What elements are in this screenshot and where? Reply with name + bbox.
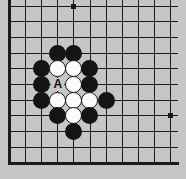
board-intersection[interactable] <box>66 155 82 171</box>
board-intersection[interactable] <box>130 61 146 77</box>
board-intersection[interactable] <box>162 61 178 77</box>
white-stone <box>65 60 82 77</box>
white-stone <box>65 76 82 93</box>
board-intersection[interactable] <box>162 30 178 46</box>
board-intersection[interactable] <box>98 139 114 155</box>
board-intersection[interactable] <box>18 45 34 61</box>
board-intersection[interactable] <box>50 108 66 124</box>
board-intersection[interactable] <box>98 14 114 30</box>
white-stone <box>49 92 66 109</box>
board-intersection[interactable] <box>66 139 82 155</box>
board-intersection[interactable] <box>114 92 130 108</box>
white-stone <box>65 92 82 109</box>
board-intersection[interactable] <box>34 30 50 46</box>
board-intersection[interactable] <box>146 45 162 61</box>
board-intersection[interactable] <box>34 92 50 108</box>
board-intersection[interactable] <box>162 14 178 30</box>
board-intersection[interactable] <box>98 92 114 108</box>
board-intersection[interactable] <box>34 108 50 124</box>
board-intersection[interactable] <box>114 45 130 61</box>
board-intersection[interactable] <box>98 77 114 93</box>
board-intersection[interactable] <box>114 139 130 155</box>
board-intersection[interactable] <box>1 77 17 93</box>
board-intersection[interactable] <box>50 92 66 108</box>
board-intersection[interactable] <box>50 14 66 30</box>
board-intersection[interactable] <box>114 108 130 124</box>
board-intersection[interactable] <box>18 139 34 155</box>
board-intersection[interactable] <box>146 92 162 108</box>
board-intersection[interactable] <box>66 77 82 93</box>
board-intersection[interactable] <box>18 14 34 30</box>
board-intersection[interactable] <box>18 30 34 46</box>
star-point <box>71 4 76 9</box>
board-intersection[interactable] <box>18 155 34 171</box>
board-intersection[interactable] <box>98 108 114 124</box>
board-intersection[interactable] <box>18 77 34 93</box>
board-intersection[interactable] <box>162 92 178 108</box>
board-intersection[interactable] <box>1 92 17 108</box>
board-intersection[interactable] <box>82 124 98 140</box>
board-intersection[interactable] <box>82 92 98 108</box>
board-intersection[interactable] <box>18 124 34 140</box>
board-intersection[interactable] <box>66 30 82 46</box>
board-intersection[interactable] <box>66 92 82 108</box>
board-intersection[interactable] <box>98 30 114 46</box>
board-intersection[interactable] <box>34 14 50 30</box>
board-intersection[interactable] <box>162 155 178 171</box>
board-intersection[interactable] <box>18 0 34 14</box>
board-intersection[interactable] <box>146 14 162 30</box>
board-intersection[interactable] <box>50 124 66 140</box>
board-intersection[interactable] <box>130 45 146 61</box>
board-intersection[interactable] <box>66 0 82 14</box>
star-point <box>168 113 173 118</box>
board-intersection[interactable] <box>82 155 98 171</box>
board-intersection[interactable] <box>146 124 162 140</box>
board-intersection[interactable] <box>114 0 130 14</box>
board-intersection[interactable] <box>50 0 66 14</box>
board-intersection[interactable] <box>98 61 114 77</box>
black-stone <box>33 76 50 93</box>
board-intersection[interactable] <box>1 45 17 61</box>
board-intersection[interactable] <box>98 0 114 14</box>
board-intersection[interactable] <box>34 61 50 77</box>
board-intersection[interactable] <box>114 77 130 93</box>
board-intersection[interactable] <box>114 30 130 46</box>
board-intersection[interactable] <box>50 61 66 77</box>
board-intersection[interactable] <box>82 61 98 77</box>
board-intersection[interactable] <box>146 139 162 155</box>
white-stone <box>81 92 98 109</box>
board-intersection[interactable] <box>82 77 98 93</box>
go-diagram: A <box>0 0 186 179</box>
black-stone <box>81 60 98 77</box>
board-intersection[interactable] <box>130 124 146 140</box>
board-intersection[interactable] <box>18 108 34 124</box>
board-intersection[interactable] <box>130 139 146 155</box>
black-stone <box>49 107 66 124</box>
board-intersection[interactable] <box>98 124 114 140</box>
black-stone <box>33 60 50 77</box>
board-intersection[interactable] <box>82 45 98 61</box>
board-intersection[interactable] <box>146 155 162 171</box>
board-intersection[interactable] <box>114 61 130 77</box>
board-intersection[interactable] <box>1 108 17 124</box>
board-intersection[interactable] <box>82 139 98 155</box>
board-intersection[interactable] <box>1 124 17 140</box>
go-board: A <box>1 0 178 171</box>
board-intersection[interactable] <box>34 45 50 61</box>
board-intersection[interactable] <box>130 92 146 108</box>
board-intersection[interactable] <box>1 61 17 77</box>
board-intersection[interactable] <box>34 124 50 140</box>
board-intersection[interactable] <box>66 124 82 140</box>
board-intersection[interactable] <box>34 77 50 93</box>
white-stone <box>65 107 82 124</box>
board-intersection[interactable] <box>162 139 178 155</box>
black-stone <box>49 45 66 62</box>
board-intersection[interactable] <box>66 14 82 30</box>
board-intersection[interactable] <box>114 124 130 140</box>
board-intersection[interactable] <box>82 108 98 124</box>
black-stone <box>33 92 50 109</box>
black-stone <box>81 76 98 93</box>
board-intersection[interactable] <box>66 61 82 77</box>
board-intersection[interactable] <box>162 77 178 93</box>
board-intersection[interactable] <box>1 30 17 46</box>
board-intersection[interactable] <box>146 108 162 124</box>
white-stone <box>49 60 66 77</box>
board-intersection[interactable] <box>34 139 50 155</box>
board-intersection[interactable] <box>162 0 178 14</box>
board-intersection[interactable] <box>162 45 178 61</box>
board-intersection[interactable] <box>1 14 17 30</box>
board-intersection[interactable] <box>114 14 130 30</box>
board-intersection[interactable] <box>18 61 34 77</box>
point-label-a: A <box>51 78 64 91</box>
board-intersection[interactable] <box>1 0 17 14</box>
board-intersection[interactable] <box>130 30 146 46</box>
black-stone <box>65 123 82 140</box>
board-intersection[interactable]: A <box>50 77 66 93</box>
board-intersection[interactable] <box>98 45 114 61</box>
board-intersection[interactable] <box>66 108 82 124</box>
board-intersection[interactable] <box>18 92 34 108</box>
board-intersection[interactable] <box>162 124 178 140</box>
board-intersection[interactable] <box>82 30 98 46</box>
board-intersection[interactable] <box>34 155 50 171</box>
board-intersection[interactable] <box>146 0 162 14</box>
board-intersection[interactable] <box>146 61 162 77</box>
board-intersection[interactable] <box>130 0 146 14</box>
black-stone <box>98 92 115 109</box>
board-intersection[interactable] <box>82 0 98 14</box>
board-intersection[interactable] <box>34 0 50 14</box>
board-intersection[interactable] <box>98 155 114 171</box>
board-intersection[interactable] <box>114 155 130 171</box>
board-intersection[interactable] <box>130 14 146 30</box>
board-intersection[interactable] <box>50 139 66 155</box>
board-intersection[interactable] <box>1 139 17 155</box>
board-intersection[interactable] <box>146 77 162 93</box>
board-intersection[interactable] <box>50 155 66 171</box>
board-intersection[interactable] <box>162 108 178 124</box>
board-intersection[interactable] <box>130 108 146 124</box>
board-intersection[interactable] <box>50 30 66 46</box>
board-intersection[interactable] <box>50 45 66 61</box>
black-stone <box>81 107 98 124</box>
board-intersection[interactable] <box>82 14 98 30</box>
board-intersection[interactable] <box>146 30 162 46</box>
board-intersection[interactable] <box>130 77 146 93</box>
black-stone <box>65 45 82 62</box>
board-intersection[interactable] <box>66 45 82 61</box>
board-intersection[interactable] <box>130 155 146 171</box>
board-intersection[interactable] <box>1 155 17 171</box>
